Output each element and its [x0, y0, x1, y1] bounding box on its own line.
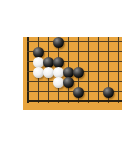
grid-vertical-line	[118, 37, 119, 103]
black-stone-glyph: ●	[103, 87, 114, 98]
page: ●●○●●○○○●●○●●●	[0, 0, 140, 150]
board-left-edge-line	[27, 37, 29, 103]
board-bottom-edge-line	[27, 100, 122, 102]
black-stone-glyph: ●	[73, 87, 84, 98]
black-stone-glyph: ●	[73, 67, 84, 78]
grid-horizontal-line	[27, 41, 122, 42]
black-stone: ●	[73, 87, 84, 98]
go-board[interactable]: ●●○●●○○○●●○●●●	[23, 37, 122, 110]
grid-vertical-line	[88, 37, 89, 103]
black-stone: ●	[73, 67, 84, 78]
black-stone: ●	[53, 37, 64, 48]
black-stone-glyph: ●	[53, 37, 64, 48]
grid-vertical-line	[98, 37, 99, 103]
grid-horizontal-line	[27, 81, 122, 82]
black-stone: ●	[103, 87, 114, 98]
